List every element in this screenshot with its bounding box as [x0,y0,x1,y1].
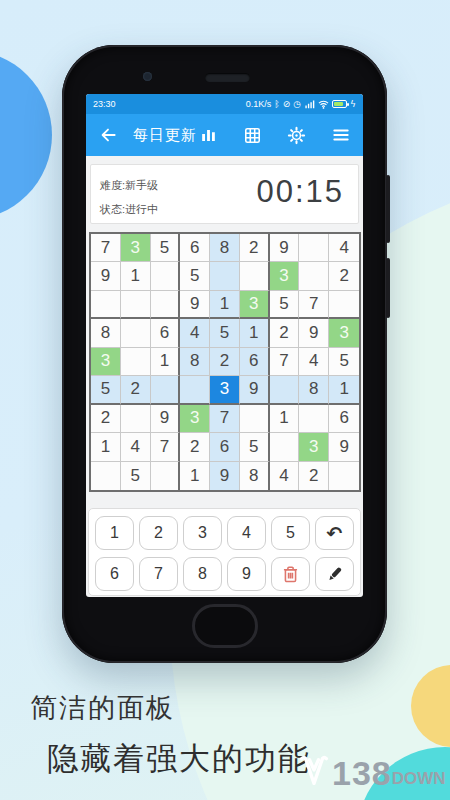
cell-r8c9[interactable]: 9 [329,433,359,461]
sudoku-board: 7356829491532913578645129331826745523981… [89,232,361,492]
digit-button-1[interactable]: 1 [95,516,134,550]
cell-r7c2[interactable] [121,405,151,433]
cell-r3c5[interactable]: 1 [210,291,240,319]
cell-r5c9[interactable]: 5 [329,348,359,376]
status-label: 状态:进行中 [100,202,158,217]
digit-button-6[interactable]: 6 [95,557,134,591]
cell-r6c6[interactable]: 9 [240,376,270,404]
cell-r9c4[interactable]: 1 [180,462,210,490]
cell-r9c9[interactable] [329,462,359,490]
front-camera [143,72,152,81]
cell-r2c2[interactable]: 1 [121,262,151,290]
cell-r2c6[interactable] [240,262,270,290]
cell-r3c8[interactable]: 7 [299,291,329,319]
cell-r5c5[interactable]: 2 [210,348,240,376]
alarm-icon: ◷ [293,100,301,109]
cell-r1c2[interactable]: 3 [121,234,151,262]
cell-r1c4[interactable]: 6 [180,234,210,262]
menu-icon[interactable] [331,125,351,145]
cell-r1c7[interactable]: 9 [270,234,300,262]
cell-r3c9[interactable] [329,291,359,319]
cell-r3c2[interactable] [121,291,151,319]
mute-icon: ⊘ [283,100,291,109]
cell-r4c9[interactable]: 3 [329,319,359,347]
cell-r7c6[interactable] [240,405,270,433]
wifi-icon [318,99,329,110]
signal-icon [304,99,315,110]
cell-r8c5[interactable]: 6 [210,433,240,461]
bluetooth-icon: ᛒ [274,100,279,109]
cell-r3c4[interactable]: 9 [180,291,210,319]
digit-button-7[interactable]: 7 [139,557,178,591]
status-time: 23:30 [93,99,116,109]
digit-button-3[interactable]: 3 [183,516,222,550]
volume-button[interactable] [386,175,390,243]
pencil-icon [325,564,345,584]
cell-r7c8[interactable] [299,405,329,433]
pencil-button[interactable] [315,557,354,591]
watermark: 138 DOWN [296,753,446,789]
cell-r5c8[interactable]: 4 [299,348,329,376]
charging-icon: ϟ [350,100,356,109]
cell-r2c5[interactable] [210,262,240,290]
power-button[interactable] [386,258,390,318]
undo-button[interactable]: ↶ [315,516,354,550]
blue-decor-circle [0,50,52,220]
cell-r6c3[interactable] [151,376,181,404]
cell-r5c3[interactable]: 1 [151,348,181,376]
cell-r6c9[interactable]: 1 [329,376,359,404]
digit-button-9[interactable]: 9 [227,557,266,591]
cell-r1c8[interactable] [299,234,329,262]
caption-line2: 隐藏着强大的功能 [47,738,311,780]
cell-r4c7[interactable]: 2 [270,319,300,347]
cell-r9c6[interactable]: 8 [240,462,270,490]
numpad-row-1: 12345 ↶ [95,516,354,550]
grid-icon[interactable] [243,126,262,145]
cell-r5c2[interactable] [121,348,151,376]
cell-r5c6[interactable]: 6 [240,348,270,376]
cell-r1c9[interactable]: 4 [329,234,359,262]
settings-gear-icon[interactable] [287,126,306,145]
cell-r7c9[interactable]: 6 [329,405,359,433]
cell-r5c4[interactable]: 8 [180,348,210,376]
cell-r6c8[interactable]: 8 [299,376,329,404]
net-speed: 0.1K/s [246,99,272,109]
digit-button-8[interactable]: 8 [183,557,222,591]
cell-r4c6[interactable]: 1 [240,319,270,347]
caption-line1: 简洁的面板 [30,690,175,726]
cell-r3c3[interactable] [151,291,181,319]
watermark-logo-icon [296,753,332,789]
cell-r8c2[interactable]: 4 [121,433,151,461]
cell-r9c8[interactable]: 2 [299,462,329,490]
earpiece-speaker [205,73,250,82]
back-button[interactable] [98,125,118,145]
cell-r3c1[interactable] [91,291,121,319]
digit-button-4[interactable]: 4 [227,516,266,550]
game-info-panel: 难度:新手级 状态:进行中 00:15 [90,164,359,224]
cell-r9c2[interactable]: 5 [121,462,151,490]
cell-r9c5[interactable]: 9 [210,462,240,490]
cell-r7c4[interactable]: 3 [180,405,210,433]
cell-r9c7[interactable]: 4 [270,462,300,490]
app-bar: 每日更新 [86,114,363,156]
cell-r9c3[interactable] [151,462,181,490]
cell-r8c1[interactable]: 1 [91,433,121,461]
cell-r1c6[interactable]: 2 [240,234,270,262]
cell-r2c1[interactable]: 9 [91,262,121,290]
cell-r1c3[interactable]: 5 [151,234,181,262]
digit-button-2[interactable]: 2 [139,516,178,550]
watermark-suffix: DOWN [392,770,446,789]
cell-r6c5[interactable]: 3 [210,376,240,404]
number-pad: 12345 ↶ 6789 [88,508,361,596]
undo-icon: ↶ [327,524,343,543]
cell-r4c5[interactable]: 5 [210,319,240,347]
cell-r6c2[interactable]: 2 [121,376,151,404]
cell-r5c7[interactable]: 7 [270,348,300,376]
difficulty-label: 难度:新手级 [100,178,158,193]
cell-r7c1[interactable]: 2 [91,405,121,433]
phone-screen: 23:30 0.1K/s ᛒ ⊘ ◷ ϟ 每日更新 [86,94,363,597]
cell-r2c3[interactable] [151,262,181,290]
cell-r5c1[interactable]: 3 [91,348,121,376]
battery-icon [332,100,347,108]
cell-r7c7[interactable]: 1 [270,405,300,433]
cell-r2c7[interactable]: 3 [270,262,300,290]
bar-chart-icon[interactable] [199,126,218,145]
cell-r2c9[interactable]: 2 [329,262,359,290]
cell-r4c8[interactable]: 9 [299,319,329,347]
cell-r1c5[interactable]: 8 [210,234,240,262]
cell-r2c4[interactable]: 5 [180,262,210,290]
cell-r2c8[interactable] [299,262,329,290]
cell-r7c3[interactable]: 9 [151,405,181,433]
cell-r8c8[interactable]: 3 [299,433,329,461]
cell-r8c3[interactable]: 7 [151,433,181,461]
status-bar: 23:30 0.1K/s ᛒ ⊘ ◷ ϟ [86,94,363,114]
watermark-number: 138 [332,757,392,789]
trash-icon [280,564,301,585]
cell-r3c6[interactable]: 3 [240,291,270,319]
cell-r6c1[interactable]: 5 [91,376,121,404]
numpad-row-2: 6789 [95,557,354,591]
cell-r4c4[interactable]: 4 [180,319,210,347]
cell-r7c5[interactable]: 7 [210,405,240,433]
cell-r6c7[interactable] [270,376,300,404]
cell-r6c4[interactable] [180,376,210,404]
home-button[interactable] [192,604,258,648]
page: 23:30 0.1K/s ᛒ ⊘ ◷ ϟ 每日更新 [0,0,450,800]
page-title: 每日更新 [133,126,197,145]
cell-r3c7[interactable]: 5 [270,291,300,319]
cell-r1c1[interactable]: 7 [91,234,121,262]
cell-r4c1[interactable]: 8 [91,319,121,347]
cell-r4c2[interactable] [121,319,151,347]
digit-button-5[interactable]: 5 [271,516,310,550]
delete-button[interactable] [271,557,310,591]
timer: 00:15 [256,174,344,210]
cell-r9c1[interactable] [91,462,121,490]
cell-r8c7[interactable] [270,433,300,461]
cell-r8c6[interactable]: 5 [240,433,270,461]
cell-r8c4[interactable]: 2 [180,433,210,461]
cell-r4c3[interactable]: 6 [151,319,181,347]
